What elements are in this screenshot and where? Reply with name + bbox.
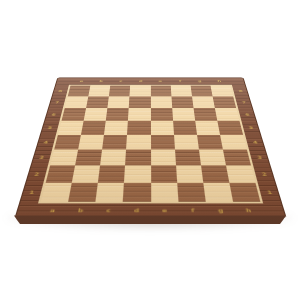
square-f3: [174, 149, 200, 165]
coord-label: a: [71, 79, 92, 83]
square-d3: [125, 149, 150, 165]
square-h3: [222, 149, 250, 165]
coord-label: f: [178, 206, 207, 215]
square-b2: [71, 165, 99, 182]
coord-label: 2: [28, 165, 44, 182]
product-photo: abcdefgh abcdefgh 87654321 87654321: [0, 0, 300, 300]
square-c5: [104, 121, 128, 135]
coord-label: 8: [234, 85, 246, 96]
square-e2: [150, 165, 176, 182]
coord-label: 8: [54, 85, 66, 96]
square-f1: [176, 183, 205, 202]
square-d8: [129, 85, 150, 96]
square-b8: [88, 85, 110, 96]
coord-label: a: [37, 206, 67, 215]
square-e7: [150, 96, 171, 108]
square-g8: [190, 85, 212, 96]
square-c7: [107, 96, 129, 108]
coord-label: 7: [50, 96, 62, 108]
square-h2: [225, 165, 255, 182]
square-d5: [127, 121, 150, 135]
square-b7: [86, 96, 109, 108]
coord-label: e: [150, 206, 178, 215]
square-g3: [198, 149, 225, 165]
square-g6: [193, 108, 217, 121]
coord-label: 5: [244, 121, 258, 135]
square-a8: [67, 85, 90, 96]
file-labels-bottom: abcdefgh: [37, 206, 263, 215]
square-h1: [229, 183, 260, 202]
square-c6: [105, 108, 128, 121]
square-a2: [45, 165, 75, 182]
square-c1: [95, 183, 124, 202]
square-h5: [217, 121, 243, 135]
square-a1: [40, 183, 71, 202]
square-c2: [98, 165, 125, 182]
square-e8: [150, 85, 171, 96]
square-e6: [150, 108, 172, 121]
chess-board: abcdefgh abcdefgh 87654321 87654321: [14, 77, 286, 217]
square-f8: [170, 85, 191, 96]
coord-label: e: [150, 79, 170, 83]
file-labels-top: abcdefgh: [71, 79, 230, 83]
square-e4: [150, 134, 174, 149]
coord-label: f: [170, 79, 190, 83]
square-d6: [128, 108, 150, 121]
square-a6: [61, 108, 86, 121]
square-g4: [196, 134, 222, 149]
square-c3: [100, 149, 126, 165]
square-d7: [129, 96, 150, 108]
square-a3: [50, 149, 78, 165]
square-g5: [195, 121, 220, 135]
coord-label: 3: [33, 149, 48, 165]
square-g2: [200, 165, 228, 182]
square-d1: [123, 183, 150, 202]
coord-label: g: [189, 79, 209, 83]
coord-label: 4: [248, 134, 262, 149]
square-d4: [126, 134, 150, 149]
square-f4: [173, 134, 198, 149]
coord-label: d: [130, 79, 150, 83]
square-h6: [214, 108, 239, 121]
square-f2: [175, 165, 202, 182]
square-h8: [210, 85, 233, 96]
square-e5: [150, 121, 173, 135]
board-grid: [40, 85, 259, 201]
square-a7: [64, 96, 88, 108]
coord-label: 1: [22, 183, 39, 202]
coord-label: b: [90, 79, 110, 83]
coord-label: g: [205, 206, 234, 215]
square-g1: [202, 183, 232, 202]
coord-label: c: [110, 79, 130, 83]
square-c4: [102, 134, 127, 149]
square-e3: [150, 149, 175, 165]
coord-label: 7: [237, 96, 249, 108]
coord-label: c: [93, 206, 122, 215]
square-a5: [58, 121, 84, 135]
coord-label: h: [209, 79, 230, 83]
square-b5: [81, 121, 106, 135]
coord-label: d: [122, 206, 150, 215]
coord-label: 2: [256, 165, 272, 182]
square-a4: [54, 134, 81, 149]
coord-label: 6: [240, 108, 253, 121]
square-d2: [124, 165, 150, 182]
coord-label: h: [233, 206, 263, 215]
square-e1: [150, 183, 177, 202]
square-f7: [171, 96, 193, 108]
coord-label: 4: [38, 134, 52, 149]
square-b6: [83, 108, 107, 121]
coord-label: 5: [43, 121, 57, 135]
square-f5: [172, 121, 196, 135]
coord-label: b: [65, 206, 94, 215]
square-g7: [191, 96, 214, 108]
square-b3: [75, 149, 102, 165]
square-b4: [78, 134, 104, 149]
coord-label: 1: [261, 183, 278, 202]
square-b1: [68, 183, 98, 202]
square-h4: [219, 134, 246, 149]
coord-label: 3: [251, 149, 266, 165]
square-h7: [212, 96, 236, 108]
square-f6: [171, 108, 194, 121]
square-c8: [109, 85, 130, 96]
coord-label: 6: [47, 108, 60, 121]
